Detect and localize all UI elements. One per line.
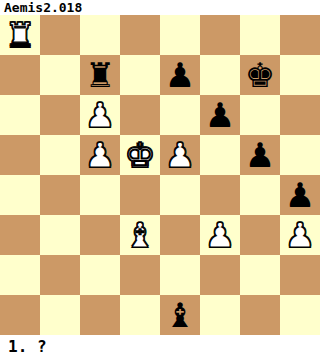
square-a1[interactable] bbox=[0, 295, 40, 335]
square-c6[interactable]: ♟ bbox=[80, 95, 120, 135]
black-pawn-icon: ♟ bbox=[160, 55, 200, 95]
square-a5[interactable] bbox=[0, 135, 40, 175]
square-d2[interactable] bbox=[120, 255, 160, 295]
square-d7[interactable] bbox=[120, 55, 160, 95]
black-pawn-icon: ♟ bbox=[280, 175, 320, 215]
square-h2[interactable] bbox=[280, 255, 320, 295]
square-g7[interactable]: ♚ bbox=[240, 55, 280, 95]
square-f5[interactable] bbox=[200, 135, 240, 175]
square-f6[interactable]: ♟ bbox=[200, 95, 240, 135]
square-g2[interactable] bbox=[240, 255, 280, 295]
square-f7[interactable] bbox=[200, 55, 240, 95]
black-bishop-icon: ♝ bbox=[160, 295, 200, 335]
square-b6[interactable] bbox=[40, 95, 80, 135]
square-e6[interactable] bbox=[160, 95, 200, 135]
square-a2[interactable] bbox=[0, 255, 40, 295]
square-a3[interactable] bbox=[0, 215, 40, 255]
white-pawn-icon: ♟ bbox=[160, 135, 200, 175]
square-b8[interactable] bbox=[40, 15, 80, 55]
square-e5[interactable]: ♟ bbox=[160, 135, 200, 175]
black-pawn-icon: ♟ bbox=[240, 135, 280, 175]
square-h6[interactable] bbox=[280, 95, 320, 135]
white-pawn-icon: ♟ bbox=[280, 215, 320, 255]
square-h5[interactable] bbox=[280, 135, 320, 175]
square-h1[interactable] bbox=[280, 295, 320, 335]
square-a6[interactable] bbox=[0, 95, 40, 135]
square-h8[interactable] bbox=[280, 15, 320, 55]
square-f1[interactable] bbox=[200, 295, 240, 335]
white-rook-icon: ♜ bbox=[0, 15, 40, 55]
square-g8[interactable] bbox=[240, 15, 280, 55]
white-pawn-icon: ♟ bbox=[200, 215, 240, 255]
square-f2[interactable] bbox=[200, 255, 240, 295]
square-c2[interactable] bbox=[80, 255, 120, 295]
diagram-title: Aemis2.018 bbox=[0, 0, 320, 15]
black-rook-icon: ♜ bbox=[80, 55, 120, 95]
white-pawn-icon: ♟ bbox=[80, 95, 120, 135]
square-h7[interactable] bbox=[280, 55, 320, 95]
square-c4[interactable] bbox=[80, 175, 120, 215]
chess-diagram-window: Aemis2.018 ♜♜♟♚♟♟♟♚♟♟♟♝♟♟♝ 1. ? bbox=[0, 0, 320, 360]
square-g3[interactable] bbox=[240, 215, 280, 255]
white-king-icon: ♚ bbox=[120, 135, 160, 175]
white-pawn-icon: ♟ bbox=[80, 135, 120, 175]
square-c3[interactable] bbox=[80, 215, 120, 255]
black-king-icon: ♚ bbox=[240, 55, 280, 95]
square-g4[interactable] bbox=[240, 175, 280, 215]
square-e1[interactable]: ♝ bbox=[160, 295, 200, 335]
square-b2[interactable] bbox=[40, 255, 80, 295]
square-b7[interactable] bbox=[40, 55, 80, 95]
square-d8[interactable] bbox=[120, 15, 160, 55]
square-c5[interactable]: ♟ bbox=[80, 135, 120, 175]
square-f8[interactable] bbox=[200, 15, 240, 55]
square-c8[interactable] bbox=[80, 15, 120, 55]
square-a7[interactable] bbox=[0, 55, 40, 95]
square-g5[interactable]: ♟ bbox=[240, 135, 280, 175]
square-h4[interactable]: ♟ bbox=[280, 175, 320, 215]
square-b1[interactable] bbox=[40, 295, 80, 335]
chess-board: ♜♜♟♚♟♟♟♚♟♟♟♝♟♟♝ bbox=[0, 15, 320, 335]
square-a8[interactable]: ♜ bbox=[0, 15, 40, 55]
square-f4[interactable] bbox=[200, 175, 240, 215]
square-g1[interactable] bbox=[240, 295, 280, 335]
move-prompt: 1. ? bbox=[0, 335, 320, 360]
white-bishop-icon: ♝ bbox=[120, 215, 160, 255]
square-b3[interactable] bbox=[40, 215, 80, 255]
square-d6[interactable] bbox=[120, 95, 160, 135]
square-b4[interactable] bbox=[40, 175, 80, 215]
square-d4[interactable] bbox=[120, 175, 160, 215]
square-e4[interactable] bbox=[160, 175, 200, 215]
square-e3[interactable] bbox=[160, 215, 200, 255]
square-e2[interactable] bbox=[160, 255, 200, 295]
square-a4[interactable] bbox=[0, 175, 40, 215]
square-b5[interactable] bbox=[40, 135, 80, 175]
square-c1[interactable] bbox=[80, 295, 120, 335]
square-h3[interactable]: ♟ bbox=[280, 215, 320, 255]
black-pawn-icon: ♟ bbox=[200, 95, 240, 135]
square-e7[interactable]: ♟ bbox=[160, 55, 200, 95]
square-f3[interactable]: ♟ bbox=[200, 215, 240, 255]
square-g6[interactable] bbox=[240, 95, 280, 135]
square-d5[interactable]: ♚ bbox=[120, 135, 160, 175]
square-d1[interactable] bbox=[120, 295, 160, 335]
square-e8[interactable] bbox=[160, 15, 200, 55]
square-c7[interactable]: ♜ bbox=[80, 55, 120, 95]
square-d3[interactable]: ♝ bbox=[120, 215, 160, 255]
